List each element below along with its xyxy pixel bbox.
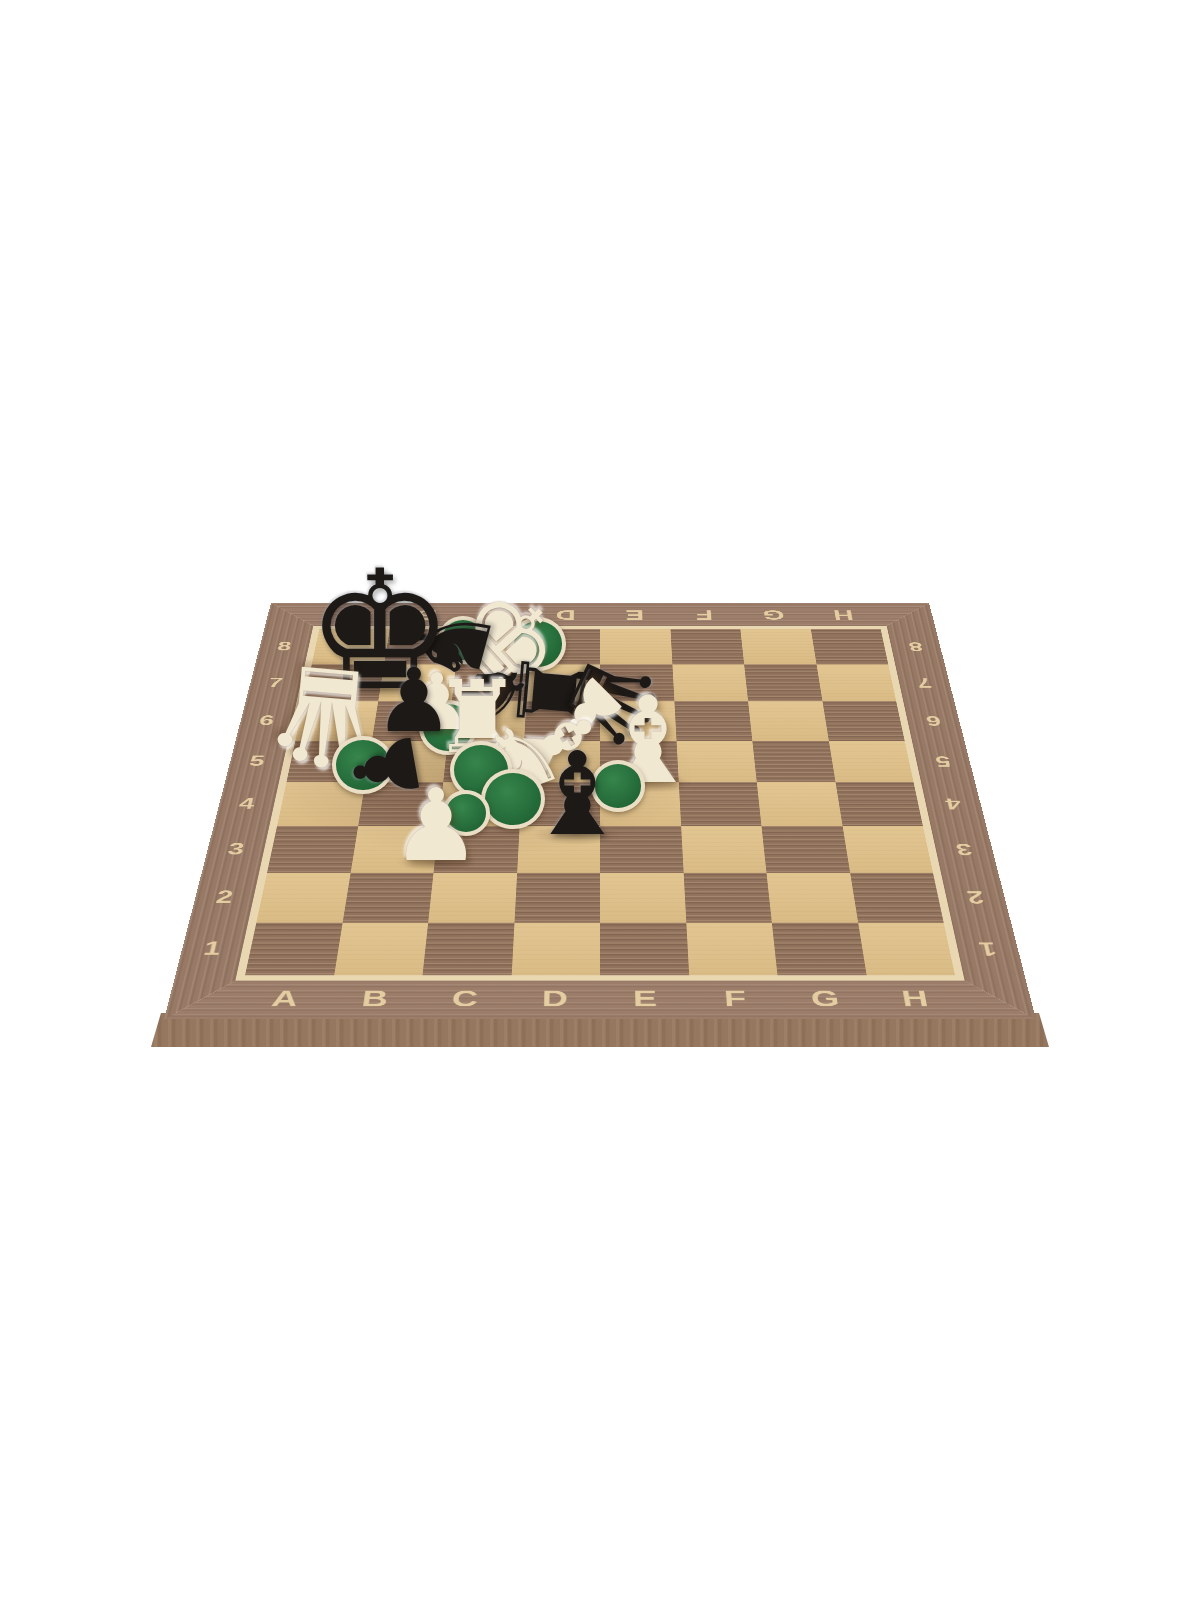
piece-shadow <box>445 655 685 745</box>
pieces-layer: ♚♜♟♟♟♝♝♛♞♚♜♛♞♟♟♞♝ <box>0 0 1200 1600</box>
felt-base <box>510 617 566 670</box>
piece-shadow <box>396 853 476 871</box>
product-photo-stage: ABCDEFGHABCDEFGH8765432187654321 ♚♜♟♟♟♝♝… <box>0 0 1200 1600</box>
felt-base <box>438 616 488 663</box>
piece-shadow <box>533 825 621 845</box>
felt-base <box>481 769 545 830</box>
felt-base <box>591 760 645 811</box>
piece-shadow <box>334 677 430 699</box>
felt-base <box>332 736 394 795</box>
felt-base <box>442 790 490 836</box>
black-king-standing: ♚ <box>298 549 463 714</box>
white-pawn-fallen: ♟ <box>541 659 640 758</box>
